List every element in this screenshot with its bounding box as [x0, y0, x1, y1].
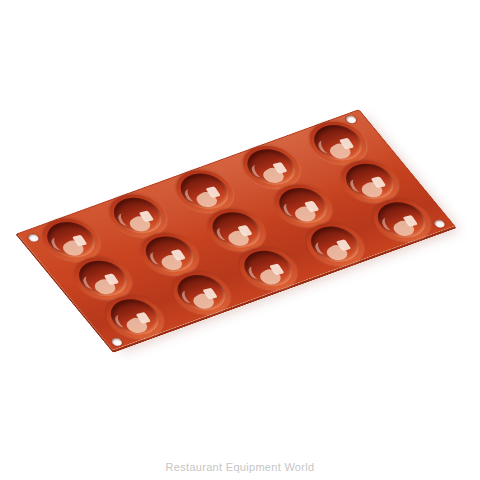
silicone-mold: [15, 109, 457, 353]
cavity-bowl: [301, 221, 367, 268]
cavity-bowl: [368, 197, 434, 244]
cavity-grid: [18, 110, 455, 350]
cavity-bowl: [101, 294, 167, 341]
cavity-bowl: [168, 270, 234, 317]
cavity-bowl: [235, 245, 301, 292]
product-photo: Restaurant Equipment World: [0, 0, 480, 480]
watermark-text: Restaurant Equipment World: [0, 461, 480, 473]
